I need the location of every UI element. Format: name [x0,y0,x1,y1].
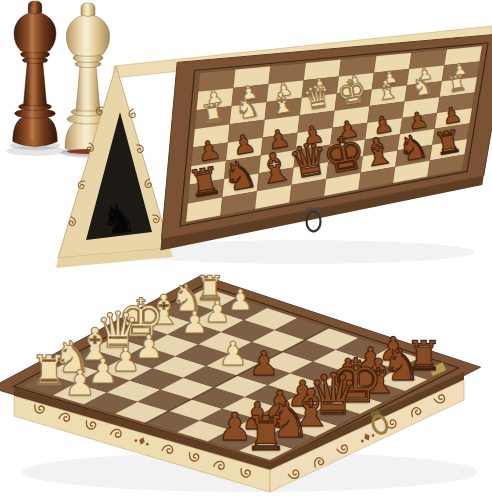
standalone-piece-dark-king [10,1,60,150]
scene: ♞ [0,0,492,500]
knight-silhouette: ♞ [98,194,138,243]
product-photo: ♞ ♟♟♟♟♟♟♟♟♜♞♝♛♚♝♞♜♟♟♟♟♟♟♟♟♜♞♝♛♚♝♞♜♜♞♝♛♚♝… [0,0,492,500]
